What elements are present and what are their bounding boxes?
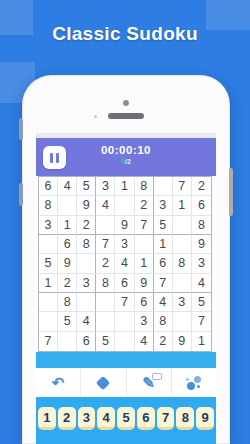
game-header: 00:00:10 0/2 bbox=[36, 138, 216, 176]
sudoku-cell-r1c6[interactable]: 8 bbox=[135, 177, 154, 196]
sudoku-cell-r1c5[interactable]: 1 bbox=[115, 177, 134, 196]
sudoku-cell-r9c2[interactable] bbox=[58, 332, 77, 351]
timer-display: 00:00:10 0/2 bbox=[36, 144, 216, 165]
sudoku-cell-r1c3[interactable]: 5 bbox=[77, 177, 96, 196]
undo-button[interactable]: ↶ bbox=[36, 368, 80, 397]
sudoku-cell-r8c7[interactable]: 8 bbox=[154, 312, 173, 331]
sudoku-cell-r4c9[interactable]: 9 bbox=[192, 235, 211, 254]
sudoku-cell-r1c2[interactable]: 4 bbox=[58, 177, 77, 196]
number-key-9[interactable]: 9 bbox=[196, 407, 214, 430]
sudoku-cell-r9c9[interactable]: 1 bbox=[192, 332, 211, 351]
sudoku-cell-r9c7[interactable]: 2 bbox=[154, 332, 173, 351]
sudoku-cell-r4c5[interactable]: 3 bbox=[115, 235, 134, 254]
sudoku-cell-r1c1[interactable]: 6 bbox=[39, 177, 58, 196]
undo-icon: ↶ bbox=[52, 375, 65, 390]
sudoku-cell-r3c4[interactable] bbox=[96, 216, 115, 235]
sudoku-cell-r4c6[interactable] bbox=[135, 235, 154, 254]
sudoku-cell-r7c2[interactable]: 8 bbox=[58, 293, 77, 312]
sudoku-cell-r6c6[interactable]: 9 bbox=[135, 274, 154, 293]
notes-button[interactable]: ✎ bbox=[126, 368, 171, 397]
sudoku-cell-r7c4[interactable] bbox=[96, 293, 115, 312]
sudoku-cell-r6c3[interactable]: 3 bbox=[77, 274, 96, 293]
number-key-3[interactable]: 3 bbox=[78, 407, 96, 430]
notes-toggle-badge bbox=[152, 373, 162, 380]
power-button bbox=[229, 168, 233, 216]
sudoku-cell-r6c5[interactable]: 6 bbox=[115, 274, 134, 293]
volume-up-button bbox=[19, 118, 23, 140]
sudoku-cell-r8c3[interactable]: 4 bbox=[77, 312, 96, 331]
phone-mockup: 00:00:10 0/2 645318728942316312975868731… bbox=[22, 75, 230, 444]
sudoku-cell-r8c4[interactable] bbox=[96, 312, 115, 331]
number-key-2[interactable]: 2 bbox=[58, 407, 76, 430]
sudoku-cell-r2c9[interactable]: 6 bbox=[192, 196, 211, 215]
sudoku-cell-r3c2[interactable]: 1 bbox=[58, 216, 77, 235]
number-key-8[interactable]: 8 bbox=[176, 407, 194, 430]
sudoku-cell-r9c8[interactable]: 9 bbox=[173, 332, 192, 351]
sudoku-cell-r1c4[interactable]: 3 bbox=[96, 177, 115, 196]
sudoku-cell-r2c4[interactable]: 4 bbox=[96, 196, 115, 215]
sudoku-cell-r8c2[interactable]: 5 bbox=[58, 312, 77, 331]
sudoku-cell-r5c6[interactable]: 1 bbox=[135, 254, 154, 273]
sudoku-cell-r5c9[interactable]: 3 bbox=[192, 254, 211, 273]
hint-icon bbox=[186, 375, 202, 391]
sudoku-cell-r3c1[interactable]: 3 bbox=[39, 216, 58, 235]
mistakes-counter: 0/2 bbox=[36, 158, 216, 165]
sudoku-cell-r6c9[interactable]: 4 bbox=[192, 274, 211, 293]
sudoku-cell-r7c6[interactable]: 6 bbox=[135, 293, 154, 312]
sudoku-cell-r3c8[interactable] bbox=[173, 216, 192, 235]
sudoku-cell-r5c1[interactable]: 5 bbox=[39, 254, 58, 273]
sudoku-cell-r7c8[interactable]: 3 bbox=[173, 293, 192, 312]
sudoku-cell-r3c5[interactable]: 9 bbox=[115, 216, 134, 235]
sudoku-cell-r7c5[interactable]: 7 bbox=[115, 293, 134, 312]
sudoku-cell-r4c7[interactable]: 1 bbox=[154, 235, 173, 254]
speaker-grille-icon bbox=[108, 113, 144, 119]
volume-down-button bbox=[19, 183, 23, 206]
page-title: Classic Sudoku bbox=[0, 23, 250, 45]
eraser-button[interactable] bbox=[80, 368, 125, 397]
sudoku-cell-r8c6[interactable]: 3 bbox=[135, 312, 154, 331]
sudoku-cell-r8c5[interactable] bbox=[115, 312, 134, 331]
sudoku-cell-r6c2[interactable]: 2 bbox=[58, 274, 77, 293]
sudoku-cell-r6c7[interactable]: 7 bbox=[154, 274, 173, 293]
sudoku-cell-r6c8[interactable] bbox=[173, 274, 192, 293]
sensor-dot-icon bbox=[94, 115, 97, 118]
sudoku-cell-r2c7[interactable]: 3 bbox=[154, 196, 173, 215]
sudoku-cell-r9c3[interactable]: 6 bbox=[77, 332, 96, 351]
mistakes-total: /2 bbox=[125, 158, 131, 165]
sudoku-grid: 6453187289423163129758687319592416831238… bbox=[38, 176, 212, 352]
sudoku-cell-r9c5[interactable] bbox=[115, 332, 134, 351]
sudoku-cell-r4c3[interactable]: 8 bbox=[77, 235, 96, 254]
hint-button[interactable] bbox=[171, 368, 216, 397]
sudoku-cell-r3c3[interactable]: 2 bbox=[77, 216, 96, 235]
sudoku-cell-r3c7[interactable]: 5 bbox=[154, 216, 173, 235]
sudoku-cell-r7c1[interactable] bbox=[39, 293, 58, 312]
number-key-1[interactable]: 1 bbox=[38, 407, 56, 430]
sudoku-cell-r6c1[interactable]: 1 bbox=[39, 274, 58, 293]
number-key-5[interactable]: 5 bbox=[117, 407, 135, 430]
number-key-6[interactable]: 6 bbox=[137, 407, 155, 430]
sudoku-cell-r4c8[interactable] bbox=[173, 235, 192, 254]
camera-dot-icon bbox=[123, 100, 129, 106]
sudoku-cell-r5c2[interactable]: 9 bbox=[58, 254, 77, 273]
sudoku-cell-r7c7[interactable]: 4 bbox=[154, 293, 173, 312]
number-key-4[interactable]: 4 bbox=[97, 407, 115, 430]
sudoku-cell-r4c1[interactable] bbox=[39, 235, 58, 254]
sudoku-cell-r3c9[interactable]: 8 bbox=[192, 216, 211, 235]
sudoku-cell-r9c1[interactable]: 7 bbox=[39, 332, 58, 351]
sudoku-cell-r5c4[interactable]: 2 bbox=[96, 254, 115, 273]
divider-strip bbox=[36, 352, 216, 368]
sudoku-cell-r1c8[interactable]: 7 bbox=[173, 177, 192, 196]
sudoku-cell-r5c5[interactable]: 4 bbox=[115, 254, 134, 273]
sudoku-cell-r8c8[interactable] bbox=[173, 312, 192, 331]
timer-value: 00:00:10 bbox=[36, 144, 216, 156]
sudoku-cell-r3c6[interactable]: 7 bbox=[135, 216, 154, 235]
sudoku-cell-r2c6[interactable]: 2 bbox=[135, 196, 154, 215]
sudoku-cell-r4c2[interactable]: 6 bbox=[58, 235, 77, 254]
sudoku-cell-r2c1[interactable]: 8 bbox=[39, 196, 58, 215]
eraser-icon bbox=[96, 375, 110, 389]
sudoku-cell-r5c3[interactable] bbox=[77, 254, 96, 273]
sudoku-cell-r2c8[interactable]: 1 bbox=[173, 196, 192, 215]
sudoku-cell-r8c9[interactable]: 7 bbox=[192, 312, 211, 331]
sudoku-cell-r7c3[interactable] bbox=[77, 293, 96, 312]
sudoku-cell-r5c8[interactable]: 8 bbox=[173, 254, 192, 273]
sudoku-cell-r5c7[interactable]: 6 bbox=[154, 254, 173, 273]
sudoku-cell-r4c4[interactable]: 7 bbox=[96, 235, 115, 254]
sudoku-cell-r2c5[interactable] bbox=[115, 196, 134, 215]
sudoku-cell-r2c2[interactable] bbox=[58, 196, 77, 215]
sudoku-cell-r7c9[interactable]: 5 bbox=[192, 293, 211, 312]
number-key-7[interactable]: 7 bbox=[157, 407, 175, 430]
toolbar: ↶ ✎ bbox=[36, 368, 216, 397]
sudoku-cell-r1c7[interactable] bbox=[154, 177, 173, 196]
phone-screen: 00:00:10 0/2 645318728942316312975868731… bbox=[36, 133, 216, 444]
numberpad: 123456789 bbox=[38, 407, 214, 430]
sudoku-cell-r9c4[interactable]: 5 bbox=[96, 332, 115, 351]
sudoku-cell-r8c1[interactable] bbox=[39, 312, 58, 331]
sudoku-cell-r1c9[interactable]: 2 bbox=[192, 177, 211, 196]
sudoku-cell-r6c4[interactable]: 8 bbox=[96, 274, 115, 293]
sudoku-cell-r2c3[interactable]: 9 bbox=[77, 196, 96, 215]
sudoku-cell-r9c6[interactable]: 4 bbox=[135, 332, 154, 351]
